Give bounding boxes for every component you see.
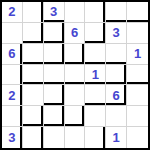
cell-r2c5[interactable] — [85, 23, 106, 44]
cell-r2c1[interactable] — [2, 23, 23, 44]
cell-r7c4[interactable] — [65, 127, 86, 148]
cell-r7c7[interactable] — [127, 127, 148, 148]
cell-r6c4[interactable] — [65, 106, 86, 127]
cell-r4c4[interactable] — [65, 65, 86, 86]
cell-r7c6-given[interactable]: 1 — [106, 127, 127, 148]
cell-r4c5-given[interactable]: 1 — [85, 65, 106, 86]
cell-r2c7[interactable] — [127, 23, 148, 44]
cell-r7c1-given[interactable]: 3 — [2, 127, 23, 148]
cell-r6c7[interactable] — [127, 106, 148, 127]
cell-r6c5[interactable] — [85, 106, 106, 127]
cell-r4c7[interactable] — [127, 65, 148, 86]
cell-r7c2[interactable] — [23, 127, 44, 148]
cell-r2c6-given[interactable]: 3 — [106, 23, 127, 44]
cell-r3c6[interactable] — [106, 44, 127, 65]
cell-r1c5[interactable] — [85, 2, 106, 23]
cell-r3c1-given[interactable]: 6 — [2, 44, 23, 65]
cell-r3c7-given[interactable]: 1 — [127, 44, 148, 65]
cell-r5c5[interactable] — [85, 85, 106, 106]
cell-r7c3[interactable] — [44, 127, 65, 148]
cell-r6c1[interactable] — [2, 106, 23, 127]
cell-r6c6[interactable] — [106, 106, 127, 127]
cell-r1c4[interactable] — [65, 2, 86, 23]
cell-r1c3-given[interactable]: 3 — [44, 2, 65, 23]
cell-r5c2[interactable] — [23, 85, 44, 106]
cell-r3c3[interactable] — [44, 44, 65, 65]
cell-r3c5[interactable] — [85, 44, 106, 65]
cell-r1c1-given[interactable]: 2 — [2, 2, 23, 23]
cell-r5c7[interactable] — [127, 85, 148, 106]
puzzle-board: 23636112631 — [0, 0, 150, 150]
cell-r5c3[interactable] — [44, 85, 65, 106]
cell-r5c6-given[interactable]: 6 — [106, 85, 127, 106]
cell-r4c6[interactable] — [106, 65, 127, 86]
cell-r4c1[interactable] — [2, 65, 23, 86]
cell-r2c4-given[interactable]: 6 — [65, 23, 86, 44]
cell-r4c3[interactable] — [44, 65, 65, 86]
cell-r6c2[interactable] — [23, 106, 44, 127]
cell-r1c7[interactable] — [127, 2, 148, 23]
cell-r3c4[interactable] — [65, 44, 86, 65]
cell-r2c2[interactable] — [23, 23, 44, 44]
cell-r3c2[interactable] — [23, 44, 44, 65]
cell-r1c2[interactable] — [23, 2, 44, 23]
cell-r2c3[interactable] — [44, 23, 65, 44]
cell-r5c1-given[interactable]: 2 — [2, 85, 23, 106]
cell-r1c6[interactable] — [106, 2, 127, 23]
cell-r5c4[interactable] — [65, 85, 86, 106]
cell-r6c3[interactable] — [44, 106, 65, 127]
cell-r4c2[interactable] — [23, 65, 44, 86]
cell-r7c5[interactable] — [85, 127, 106, 148]
